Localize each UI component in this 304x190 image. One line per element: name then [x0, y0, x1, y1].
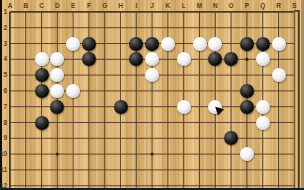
white-stone-N7	[208, 100, 222, 114]
white-stone-E6	[66, 84, 80, 98]
black-stone-P7	[240, 100, 254, 114]
black-stone-O4	[224, 52, 238, 66]
white-stone-M3	[193, 37, 207, 51]
black-stone-D7	[50, 100, 64, 114]
white-stone-D5	[50, 68, 64, 82]
white-stone-J5	[145, 68, 159, 82]
black-stone-H7	[114, 100, 128, 114]
mouse-cursor-icon	[215, 106, 224, 115]
white-stone-Q7	[256, 100, 270, 114]
white-stone-Q8	[256, 116, 270, 130]
black-stone-I3	[129, 37, 143, 51]
black-stone-C8	[35, 116, 49, 130]
black-stone-P6	[240, 84, 254, 98]
white-stone-N3	[208, 37, 222, 51]
white-stone-Q4	[256, 52, 270, 66]
black-stone-C5	[35, 68, 49, 82]
white-stone-D4	[50, 52, 64, 66]
stones-layer	[2, 4, 302, 190]
go-app-window: { "game": "go", "board": { "size": 19, "…	[0, 0, 304, 190]
white-stone-L7	[177, 100, 191, 114]
white-stone-E3	[66, 37, 80, 51]
white-stone-R3	[272, 37, 286, 51]
white-stone-J4	[145, 52, 159, 66]
white-stone-K3	[161, 37, 175, 51]
window-edge-bottom	[0, 188, 304, 190]
white-stone-C4	[35, 52, 49, 66]
white-stone-P10	[240, 147, 254, 161]
black-stone-Q3	[256, 37, 270, 51]
black-stone-F3	[82, 37, 96, 51]
white-stone-L4	[177, 52, 191, 66]
black-stone-J3	[145, 37, 159, 51]
white-stone-R5	[272, 68, 286, 82]
black-stone-I4	[129, 52, 143, 66]
black-stone-O9	[224, 131, 238, 145]
black-stone-P3	[240, 37, 254, 51]
black-stone-C6	[35, 84, 49, 98]
black-stone-N4	[208, 52, 222, 66]
go-board[interactable]	[2, 4, 302, 190]
white-stone-D6	[50, 84, 64, 98]
black-stone-F4	[82, 52, 96, 66]
